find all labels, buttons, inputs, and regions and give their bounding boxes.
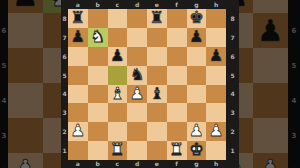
- rank-labels-right: 87654321: [226, 9, 239, 160]
- square-c2[interactable]: [108, 122, 128, 141]
- file-label-f: f: [167, 0, 187, 9]
- rank-label-8: 8: [61, 9, 68, 28]
- file-label-d: d: [127, 160, 147, 168]
- square-e4[interactable]: ♝: [147, 85, 167, 104]
- file-labels-top: abcdefgh: [68, 0, 226, 9]
- square-b5[interactable]: [88, 66, 108, 85]
- square-d5[interactable]: ♞: [127, 66, 147, 85]
- square-a6[interactable]: [68, 47, 88, 66]
- square-e1[interactable]: [147, 141, 167, 160]
- square-a7[interactable]: ♟: [68, 28, 88, 47]
- square-a1[interactable]: [68, 141, 88, 160]
- square-f3[interactable]: [167, 103, 187, 122]
- square-h4[interactable]: [206, 85, 226, 104]
- square-f8[interactable]: [167, 9, 187, 28]
- black-rook[interactable]: ♜: [70, 10, 85, 27]
- rank-label-5: 5: [61, 66, 68, 85]
- rank-label-7: 7: [226, 28, 239, 47]
- square-d7[interactable]: [127, 28, 147, 47]
- white-pawn[interactable]: ♟: [130, 86, 145, 103]
- black-pawn[interactable]: ♟: [189, 29, 204, 46]
- file-label-e: e: [147, 160, 167, 168]
- file-label-h: h: [206, 160, 226, 168]
- square-g8[interactable]: ♚: [187, 9, 207, 28]
- file-label-g: g: [187, 160, 207, 168]
- square-g4[interactable]: [187, 85, 207, 104]
- square-e7[interactable]: [147, 28, 167, 47]
- file-label-f: f: [167, 160, 187, 168]
- black-pawn[interactable]: ♟: [110, 48, 125, 65]
- square-c4[interactable]: ♝: [108, 85, 128, 104]
- file-label-c: c: [108, 0, 128, 9]
- square-c6[interactable]: ♟: [108, 47, 128, 66]
- file-label-b: b: [88, 0, 108, 9]
- rank-label-5: 5: [226, 66, 239, 85]
- square-b2[interactable]: [88, 122, 108, 141]
- rank-label-4: 4: [61, 85, 68, 104]
- square-d8[interactable]: [127, 9, 147, 28]
- square-c3[interactable]: [108, 103, 128, 122]
- rank-label-3: 3: [226, 103, 239, 122]
- black-king[interactable]: ♚: [189, 10, 204, 27]
- square-h3[interactable]: [206, 103, 226, 122]
- square-a4[interactable]: [68, 85, 88, 104]
- square-a2[interactable]: ♟: [68, 122, 88, 141]
- chess-scene: 87654321 ♜♜♚♟♞♟♟♟♞♝♟♝♟♟♟♜♜♚ 87654321 abc…: [0, 0, 300, 168]
- square-a3[interactable]: [68, 103, 88, 122]
- file-label-h: h: [206, 0, 226, 9]
- square-h5[interactable]: [206, 66, 226, 85]
- square-b8[interactable]: [88, 9, 108, 28]
- rank-label-6: 6: [61, 47, 68, 66]
- square-c1[interactable]: ♜: [108, 141, 128, 160]
- square-h2[interactable]: ♟: [206, 122, 226, 141]
- white-rook[interactable]: ♜: [110, 142, 125, 159]
- square-b4[interactable]: [88, 85, 108, 104]
- rank-labels-left: 87654321: [61, 9, 68, 160]
- file-label-d: d: [127, 0, 147, 9]
- square-c7[interactable]: [108, 28, 128, 47]
- white-pawn[interactable]: ♟: [189, 123, 204, 140]
- file-label-b: b: [88, 160, 108, 168]
- rank-label-3: 3: [61, 103, 68, 122]
- square-h1[interactable]: [206, 141, 226, 160]
- square-h8[interactable]: [206, 9, 226, 28]
- square-h7[interactable]: [206, 28, 226, 47]
- square-g5[interactable]: [187, 66, 207, 85]
- square-b6[interactable]: [88, 47, 108, 66]
- white-pawn[interactable]: ♟: [209, 123, 224, 140]
- white-rook[interactable]: ♜: [169, 142, 184, 159]
- rank-label-1: 1: [61, 141, 68, 160]
- square-f2[interactable]: [167, 122, 187, 141]
- white-pawn[interactable]: ♟: [70, 123, 85, 140]
- square-h6[interactable]: ♟: [206, 47, 226, 66]
- rank-label-2: 2: [61, 122, 68, 141]
- file-label-a: a: [68, 160, 88, 168]
- board-squares: ♜♜♚♟♞♟♟♟♞♝♟♝♟♟♟♜♜♚: [68, 9, 226, 160]
- square-e3[interactable]: [147, 103, 167, 122]
- square-d4[interactable]: ♟: [127, 85, 147, 104]
- square-g7[interactable]: ♟: [187, 28, 207, 47]
- file-label-c: c: [108, 160, 128, 168]
- square-g3[interactable]: [187, 103, 207, 122]
- rank-label-4: 4: [226, 85, 239, 104]
- rank-label-1: 1: [226, 141, 239, 160]
- square-d1[interactable]: [127, 141, 147, 160]
- white-king[interactable]: ♚: [189, 142, 204, 159]
- square-f6[interactable]: [167, 47, 187, 66]
- square-d2[interactable]: [127, 122, 147, 141]
- square-c5[interactable]: [108, 66, 128, 85]
- square-b3[interactable]: [88, 103, 108, 122]
- black-knight[interactable]: ♞: [130, 67, 145, 84]
- square-a5[interactable]: [68, 66, 88, 85]
- square-e2[interactable]: [147, 122, 167, 141]
- square-f7[interactable]: [167, 28, 187, 47]
- rank-label-6: 6: [226, 47, 239, 66]
- file-labels-bottom: abcdefgh: [68, 160, 226, 168]
- square-g1[interactable]: ♚: [187, 141, 207, 160]
- square-c8[interactable]: [108, 9, 128, 28]
- square-a8[interactable]: ♜: [68, 9, 88, 28]
- black-pawn[interactable]: ♟: [70, 29, 85, 46]
- square-f1[interactable]: ♜: [167, 141, 187, 160]
- file-label-e: e: [147, 0, 167, 9]
- square-d6[interactable]: [127, 47, 147, 66]
- square-g2[interactable]: ♟: [187, 122, 207, 141]
- file-label-g: g: [187, 0, 207, 9]
- black-bishop[interactable]: ♝: [149, 86, 164, 103]
- rank-label-7: 7: [61, 28, 68, 47]
- black-rook[interactable]: ♜: [149, 10, 164, 27]
- rank-label-8: 8: [226, 9, 239, 28]
- square-g6[interactable]: [187, 47, 207, 66]
- white-knight[interactable]: ♞: [90, 29, 105, 46]
- square-e5[interactable]: [147, 66, 167, 85]
- square-d3[interactable]: [127, 103, 147, 122]
- square-e8[interactable]: ♜: [147, 9, 167, 28]
- square-f4[interactable]: [167, 85, 187, 104]
- black-pawn[interactable]: ♟: [209, 48, 224, 65]
- square-e6[interactable]: [147, 47, 167, 66]
- file-label-a: a: [68, 0, 88, 9]
- square-b7[interactable]: ♞: [88, 28, 108, 47]
- white-bishop[interactable]: ♝: [110, 86, 125, 103]
- square-b1[interactable]: [88, 141, 108, 160]
- square-f5[interactable]: [167, 66, 187, 85]
- chess-board: abcdefgh 87654321 ♜♜♚♟♞♟♟♟♞♝♟♝♟♟♟♜♜♚ 876…: [61, 0, 239, 168]
- rank-label-2: 2: [226, 122, 239, 141]
